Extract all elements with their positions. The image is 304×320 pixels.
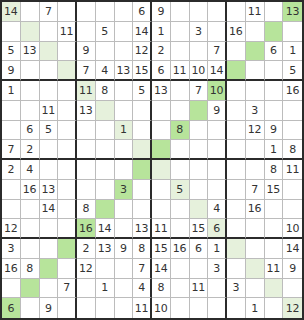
cell-r13c14[interactable]: [246, 239, 265, 259]
cell-r14c7[interactable]: [115, 259, 134, 279]
cell-r8c12[interactable]: [208, 140, 227, 160]
cell-r7c15[interactable]: 9: [265, 121, 284, 141]
cell-r14c4[interactable]: [58, 259, 77, 279]
cell-r10c7[interactable]: 3: [115, 180, 134, 200]
cell-r10c12[interactable]: [208, 180, 227, 200]
cell-r12c7[interactable]: [115, 219, 134, 239]
cell-r6c1[interactable]: [2, 101, 21, 121]
cell-r4c12[interactable]: 14: [208, 61, 227, 81]
cell-r14c5[interactable]: 12: [77, 259, 96, 279]
cell-r15c16[interactable]: [283, 279, 302, 299]
cell-r14c15[interactable]: 11: [265, 259, 284, 279]
cell-r11c6[interactable]: [96, 200, 115, 220]
cell-r12c10[interactable]: [171, 219, 190, 239]
cell-r13c12[interactable]: 1: [208, 239, 227, 259]
cell-r1c10[interactable]: [171, 2, 190, 22]
cell-r8c11[interactable]: [190, 140, 209, 160]
cell-r14c3[interactable]: [40, 259, 59, 279]
cell-r11c7[interactable]: [115, 200, 134, 220]
cell-r15c7[interactable]: [115, 279, 134, 299]
cell-r8c6[interactable]: [96, 140, 115, 160]
cell-r6c11[interactable]: [190, 101, 209, 121]
cell-r6c10[interactable]: [171, 101, 190, 121]
cell-r2c3[interactable]: [40, 22, 59, 42]
cell-r9c4[interactable]: [58, 160, 77, 180]
cell-r16c16[interactable]: 12: [283, 298, 302, 318]
cell-r5c7[interactable]: [115, 81, 134, 101]
cell-r7c10[interactable]: 8: [171, 121, 190, 141]
cell-r13c6[interactable]: 13: [96, 239, 115, 259]
cell-r9c5[interactable]: [77, 160, 96, 180]
cell-r8c16[interactable]: 8: [283, 140, 302, 160]
cell-r16c14[interactable]: 1: [246, 298, 265, 318]
cell-r2c7[interactable]: [115, 22, 134, 42]
cell-r14c6[interactable]: [96, 259, 115, 279]
cell-r2c16[interactable]: [283, 22, 302, 42]
cell-r7c16[interactable]: [283, 121, 302, 141]
cell-r11c3[interactable]: 14: [40, 200, 59, 220]
cell-r1c15[interactable]: [265, 2, 284, 22]
cell-r1c2[interactable]: [21, 2, 40, 22]
cell-r15c4[interactable]: 7: [58, 279, 77, 299]
cell-r13c10[interactable]: 16: [171, 239, 190, 259]
cell-r11c10[interactable]: [171, 200, 190, 220]
cell-r4c2[interactable]: [21, 61, 40, 81]
cell-r3c9[interactable]: 2: [152, 42, 171, 62]
cell-r5c4[interactable]: [58, 81, 77, 101]
cell-r15c2[interactable]: [21, 279, 40, 299]
cell-r5c13[interactable]: [227, 81, 246, 101]
cell-r11c8[interactable]: [133, 200, 152, 220]
cell-r9c13[interactable]: [227, 160, 246, 180]
cell-r1c4[interactable]: [58, 2, 77, 22]
cell-r15c9[interactable]: 8: [152, 279, 171, 299]
cell-r1c5[interactable]: [77, 2, 96, 22]
cell-r5c14[interactable]: [246, 81, 265, 101]
cell-r8c15[interactable]: 1: [265, 140, 284, 160]
cell-r7c4[interactable]: [58, 121, 77, 141]
cell-r3c12[interactable]: 7: [208, 42, 227, 62]
cell-r3c1[interactable]: 5: [2, 42, 21, 62]
cell-r13c15[interactable]: [265, 239, 284, 259]
cell-r11c14[interactable]: 16: [246, 200, 265, 220]
cell-r7c7[interactable]: 1: [115, 121, 134, 141]
cell-r4c16[interactable]: 5: [283, 61, 302, 81]
cell-r7c3[interactable]: 5: [40, 121, 59, 141]
cell-r15c12[interactable]: [208, 279, 227, 299]
cell-r6c14[interactable]: 3: [246, 101, 265, 121]
cell-r12c14[interactable]: [246, 219, 265, 239]
cell-r12c3[interactable]: [40, 219, 59, 239]
cell-r11c1[interactable]: [2, 200, 21, 220]
cell-r1c3[interactable]: 7: [40, 2, 59, 22]
cell-r6c13[interactable]: [227, 101, 246, 121]
cell-r3c2[interactable]: 13: [21, 42, 40, 62]
cell-r7c2[interactable]: 6: [21, 121, 40, 141]
cell-r4c15[interactable]: [265, 61, 284, 81]
cell-r10c6[interactable]: [96, 180, 115, 200]
cell-r2c12[interactable]: [208, 22, 227, 42]
cell-r5c12[interactable]: 10: [208, 81, 227, 101]
cell-r8c3[interactable]: [40, 140, 59, 160]
cell-r6c3[interactable]: 11: [40, 101, 59, 121]
cell-r1c6[interactable]: [96, 2, 115, 22]
cell-r12c2[interactable]: [21, 219, 40, 239]
cell-r10c16[interactable]: [283, 180, 302, 200]
cell-r9c11[interactable]: [190, 160, 209, 180]
cell-r14c1[interactable]: 16: [2, 259, 21, 279]
cell-r7c1[interactable]: [2, 121, 21, 141]
cell-r15c8[interactable]: 4: [133, 279, 152, 299]
cell-r16c4[interactable]: [58, 298, 77, 318]
cell-r11c2[interactable]: [21, 200, 40, 220]
cell-r11c4[interactable]: [58, 200, 77, 220]
cell-r12c13[interactable]: [227, 219, 246, 239]
cell-r10c4[interactable]: [58, 180, 77, 200]
cell-r4c3[interactable]: [40, 61, 59, 81]
cell-r4c11[interactable]: 10: [190, 61, 209, 81]
cell-r9c10[interactable]: [171, 160, 190, 180]
cell-r12c6[interactable]: 14: [96, 219, 115, 239]
cell-r1c9[interactable]: 9: [152, 2, 171, 22]
cell-r2c9[interactable]: 1: [152, 22, 171, 42]
cell-r8c1[interactable]: 7: [2, 140, 21, 160]
cell-r16c7[interactable]: [115, 298, 134, 318]
cell-r7c11[interactable]: [190, 121, 209, 141]
cell-r4c8[interactable]: 15: [133, 61, 152, 81]
cell-r9c8[interactable]: [133, 160, 152, 180]
cell-r4c4[interactable]: [58, 61, 77, 81]
cell-r2c4[interactable]: 11: [58, 22, 77, 42]
cell-r14c9[interactable]: 14: [152, 259, 171, 279]
cell-r9c12[interactable]: [208, 160, 227, 180]
cell-r12c11[interactable]: 15: [190, 219, 209, 239]
cell-r14c2[interactable]: 8: [21, 259, 40, 279]
cell-r16c12[interactable]: [208, 298, 227, 318]
cell-r13c1[interactable]: 3: [2, 239, 21, 259]
cell-r9c14[interactable]: [246, 160, 265, 180]
cell-r3c16[interactable]: 1: [283, 42, 302, 62]
cell-r1c14[interactable]: 11: [246, 2, 265, 22]
cell-r2c11[interactable]: 3: [190, 22, 209, 42]
cell-r14c11[interactable]: [190, 259, 209, 279]
cell-r14c14[interactable]: [246, 259, 265, 279]
cell-r3c3[interactable]: [40, 42, 59, 62]
cell-r10c3[interactable]: 13: [40, 180, 59, 200]
cell-r1c12[interactable]: [208, 2, 227, 22]
cell-r11c9[interactable]: [152, 200, 171, 220]
cell-r3c7[interactable]: [115, 42, 134, 62]
cell-r14c16[interactable]: 9: [283, 259, 302, 279]
cell-r12c16[interactable]: 10: [283, 219, 302, 239]
cell-r7c6[interactable]: [96, 121, 115, 141]
cell-r6c12[interactable]: 9: [208, 101, 227, 121]
cell-r5c15[interactable]: [265, 81, 284, 101]
cell-r15c13[interactable]: 3: [227, 279, 246, 299]
cell-r10c14[interactable]: 7: [246, 180, 265, 200]
cell-r6c16[interactable]: [283, 101, 302, 121]
cell-r9c3[interactable]: [40, 160, 59, 180]
cell-r11c15[interactable]: [265, 200, 284, 220]
cell-r1c7[interactable]: [115, 2, 134, 22]
cell-r13c4[interactable]: [58, 239, 77, 259]
cell-r12c8[interactable]: 13: [133, 219, 152, 239]
cell-r2c5[interactable]: [77, 22, 96, 42]
cell-r1c1[interactable]: 14: [2, 2, 21, 22]
cell-r4c5[interactable]: 7: [77, 61, 96, 81]
cell-r10c8[interactable]: [133, 180, 152, 200]
cell-r11c5[interactable]: 8: [77, 200, 96, 220]
cell-r5c2[interactable]: [21, 81, 40, 101]
cell-r16c2[interactable]: [21, 298, 40, 318]
cell-r10c1[interactable]: [2, 180, 21, 200]
cell-r7c12[interactable]: [208, 121, 227, 141]
cell-r6c9[interactable]: [152, 101, 171, 121]
cell-r13c16[interactable]: 14: [283, 239, 302, 259]
cell-r15c15[interactable]: [265, 279, 284, 299]
cell-r9c2[interactable]: 4: [21, 160, 40, 180]
cell-r16c3[interactable]: 9: [40, 298, 59, 318]
cell-r2c1[interactable]: [2, 22, 21, 42]
cell-r6c5[interactable]: 13: [77, 101, 96, 121]
cell-r8c5[interactable]: [77, 140, 96, 160]
cell-r12c12[interactable]: 6: [208, 219, 227, 239]
cell-r14c8[interactable]: 7: [133, 259, 152, 279]
cell-r11c16[interactable]: [283, 200, 302, 220]
cell-r9c15[interactable]: 8: [265, 160, 284, 180]
cell-r3c14[interactable]: [246, 42, 265, 62]
cell-r5c8[interactable]: 5: [133, 81, 152, 101]
cell-r1c13[interactable]: [227, 2, 246, 22]
cell-r3c11[interactable]: [190, 42, 209, 62]
cell-r9c1[interactable]: 2: [2, 160, 21, 180]
cell-r13c11[interactable]: 6: [190, 239, 209, 259]
sudoku-board: 1476911131151413165139122761974131561110…: [0, 0, 304, 320]
cell-r10c9[interactable]: [152, 180, 171, 200]
cell-r3c10[interactable]: [171, 42, 190, 62]
cell-r12c4[interactable]: [58, 219, 77, 239]
cell-r5c11[interactable]: 7: [190, 81, 209, 101]
cell-r9c16[interactable]: 11: [283, 160, 302, 180]
cell-r13c13[interactable]: [227, 239, 246, 259]
cell-r8c2[interactable]: 2: [21, 140, 40, 160]
cell-r16c6[interactable]: [96, 298, 115, 318]
cell-r2c6[interactable]: 5: [96, 22, 115, 42]
cell-r16c5[interactable]: [77, 298, 96, 318]
cell-r15c14[interactable]: [246, 279, 265, 299]
cell-r6c8[interactable]: [133, 101, 152, 121]
cell-r12c9[interactable]: 11: [152, 219, 171, 239]
cell-r12c1[interactable]: 12: [2, 219, 21, 239]
cell-r8c8[interactable]: [133, 140, 152, 160]
cell-r13c3[interactable]: [40, 239, 59, 259]
cell-r10c5[interactable]: [77, 180, 96, 200]
cell-r8c4[interactable]: [58, 140, 77, 160]
cell-r5c6[interactable]: 8: [96, 81, 115, 101]
cell-r14c10[interactable]: [171, 259, 190, 279]
cell-r4c10[interactable]: 11: [171, 61, 190, 81]
cell-r10c13[interactable]: [227, 180, 246, 200]
cell-r3c8[interactable]: 12: [133, 42, 152, 62]
cell-r3c4[interactable]: [58, 42, 77, 62]
cell-r3c13[interactable]: [227, 42, 246, 62]
cell-r15c6[interactable]: 1: [96, 279, 115, 299]
cell-r4c7[interactable]: 13: [115, 61, 134, 81]
cell-r4c13[interactable]: [227, 61, 246, 81]
cell-r12c15[interactable]: [265, 219, 284, 239]
cell-r2c10[interactable]: [171, 22, 190, 42]
cell-r3c5[interactable]: 9: [77, 42, 96, 62]
cell-r8c10[interactable]: [171, 140, 190, 160]
cell-r8c7[interactable]: [115, 140, 134, 160]
cell-r11c11[interactable]: [190, 200, 209, 220]
cell-r15c11[interactable]: 11: [190, 279, 209, 299]
cell-r10c11[interactable]: [190, 180, 209, 200]
cell-r4c14[interactable]: [246, 61, 265, 81]
cell-r2c8[interactable]: 14: [133, 22, 152, 42]
cell-r4c1[interactable]: 9: [2, 61, 21, 81]
cell-r15c10[interactable]: [171, 279, 190, 299]
cell-r5c16[interactable]: 16: [283, 81, 302, 101]
cell-r13c8[interactable]: 8: [133, 239, 152, 259]
cell-r6c6[interactable]: [96, 101, 115, 121]
cell-r1c11[interactable]: [190, 2, 209, 22]
cell-r9c6[interactable]: [96, 160, 115, 180]
cell-r8c9[interactable]: [152, 140, 171, 160]
cell-r16c10[interactable]: [171, 298, 190, 318]
cell-r6c15[interactable]: [265, 101, 284, 121]
cell-r3c6[interactable]: [96, 42, 115, 62]
cell-r7c14[interactable]: 12: [246, 121, 265, 141]
cell-r4c9[interactable]: 6: [152, 61, 171, 81]
cell-r2c13[interactable]: 16: [227, 22, 246, 42]
cell-r8c14[interactable]: [246, 140, 265, 160]
cell-r16c13[interactable]: [227, 298, 246, 318]
cell-r14c12[interactable]: 3: [208, 259, 227, 279]
cell-r7c5[interactable]: [77, 121, 96, 141]
cell-r1c8[interactable]: 6: [133, 2, 152, 22]
cell-r11c12[interactable]: 4: [208, 200, 227, 220]
cell-r16c9[interactable]: 10: [152, 298, 171, 318]
cell-r2c15[interactable]: [265, 22, 284, 42]
cell-r7c9[interactable]: [152, 121, 171, 141]
cell-r5c10[interactable]: [171, 81, 190, 101]
cell-r15c1[interactable]: [2, 279, 21, 299]
cell-r10c10[interactable]: 5: [171, 180, 190, 200]
cell-r9c9[interactable]: [152, 160, 171, 180]
cell-r5c1[interactable]: 1: [2, 81, 21, 101]
cell-r13c7[interactable]: 9: [115, 239, 134, 259]
cell-r1c16[interactable]: 13: [283, 2, 302, 22]
cell-r10c2[interactable]: 16: [21, 180, 40, 200]
cell-r2c14[interactable]: [246, 22, 265, 42]
cell-r16c11[interactable]: [190, 298, 209, 318]
cell-r14c13[interactable]: [227, 259, 246, 279]
cell-r6c4[interactable]: [58, 101, 77, 121]
cell-r15c5[interactable]: [77, 279, 96, 299]
cell-r5c3[interactable]: [40, 81, 59, 101]
cell-r7c8[interactable]: [133, 121, 152, 141]
cell-r5c9[interactable]: 13: [152, 81, 171, 101]
cell-r13c2[interactable]: [21, 239, 40, 259]
cell-r5c5[interactable]: 11: [77, 81, 96, 101]
cell-r13c5[interactable]: 2: [77, 239, 96, 259]
cell-r6c7[interactable]: [115, 101, 134, 121]
cell-r4c6[interactable]: 4: [96, 61, 115, 81]
cell-r11c13[interactable]: [227, 200, 246, 220]
cell-r16c8[interactable]: 11: [133, 298, 152, 318]
cell-r15c3[interactable]: [40, 279, 59, 299]
cell-r8c13[interactable]: [227, 140, 246, 160]
cell-r3c15[interactable]: 6: [265, 42, 284, 62]
cell-r12c5[interactable]: 16: [77, 219, 96, 239]
cell-r7c13[interactable]: [227, 121, 246, 141]
cell-r9c7[interactable]: [115, 160, 134, 180]
cell-r2c2[interactable]: [21, 22, 40, 42]
cell-r16c15[interactable]: [265, 298, 284, 318]
cell-r6c2[interactable]: [21, 101, 40, 121]
cell-r13c9[interactable]: 15: [152, 239, 171, 259]
cell-r16c1[interactable]: 6: [2, 298, 21, 318]
cell-r10c15[interactable]: 15: [265, 180, 284, 200]
